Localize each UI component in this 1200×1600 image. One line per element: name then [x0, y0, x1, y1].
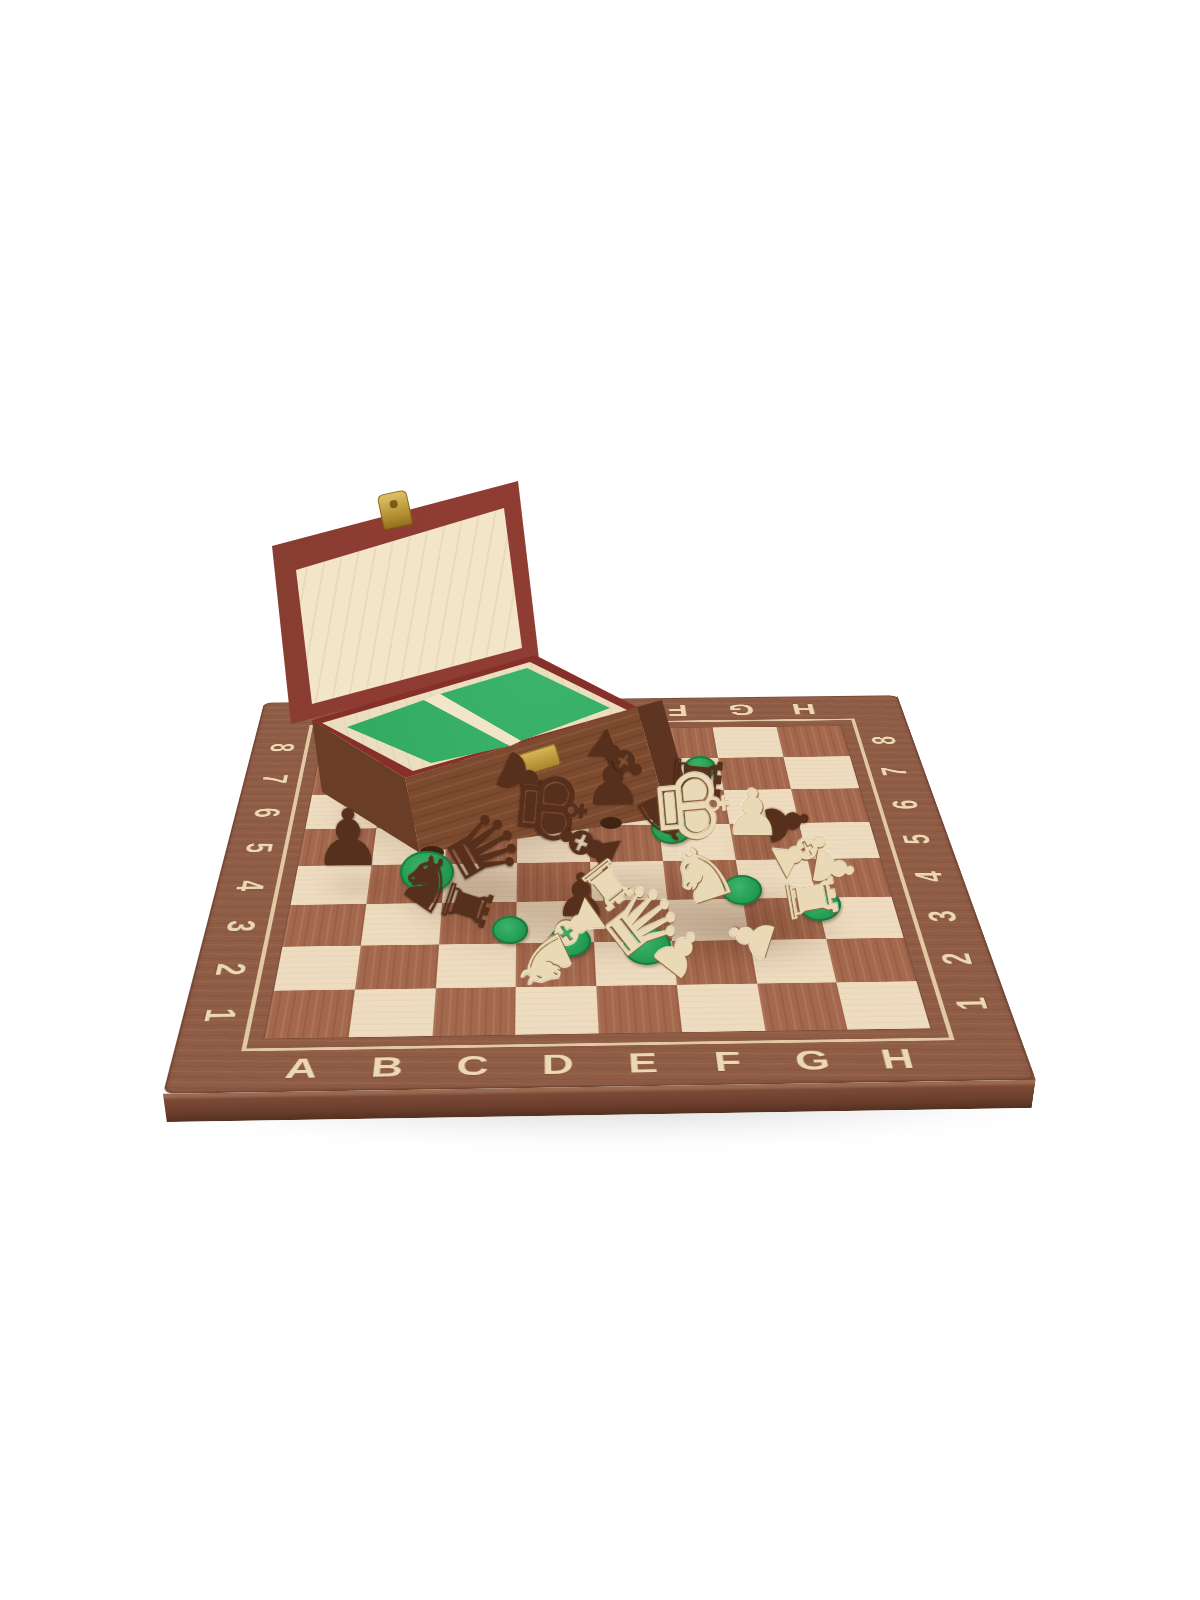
rank-label-far-5: 5	[878, 826, 958, 853]
square-h1	[837, 981, 931, 1029]
file-label-d: D	[515, 1046, 601, 1084]
piece-dark-pawn: ♟	[313, 799, 383, 877]
rank-label-2: 2	[186, 953, 273, 986]
file-label-far-b: B	[390, 703, 456, 724]
file-labels-bottom: ABCDEFGH	[255, 1041, 945, 1088]
square-h7	[784, 756, 860, 789]
rank-label-6: 6	[228, 800, 304, 825]
file-label-far-c: C	[454, 702, 518, 723]
square-c1	[432, 987, 516, 1036]
rank-label-1: 1	[174, 998, 264, 1033]
file-label-e: E	[599, 1044, 687, 1082]
square-h8	[777, 726, 850, 757]
file-label-far-g: G	[707, 699, 774, 720]
rank-label-far-2: 2	[913, 942, 1002, 974]
rank-labels-left: 12345678	[184, 732, 308, 1040]
rank-label-4: 4	[208, 871, 289, 900]
rank-label-3: 3	[198, 911, 282, 942]
piece-light-pawn: ♟	[804, 841, 863, 896]
square-a3	[282, 904, 366, 947]
square-b2	[355, 944, 439, 990]
rank-label-far-1: 1	[927, 987, 1019, 1022]
file-label-far-h: H	[770, 698, 839, 719]
rank-label-5: 5	[219, 835, 297, 862]
file-label-far-f: F	[645, 700, 711, 721]
square-a1	[265, 990, 355, 1039]
square-e1	[596, 985, 682, 1034]
file-label-b: B	[342, 1048, 431, 1086]
square-a2	[274, 945, 361, 991]
square-f1	[677, 984, 765, 1032]
file-label-f: F	[683, 1043, 773, 1081]
square-b1	[348, 989, 435, 1038]
rank-labels-right: 12345678	[857, 725, 1010, 1028]
rank-label-far-4: 4	[889, 862, 971, 890]
file-label-a: A	[255, 1050, 347, 1088]
file-label-g: G	[767, 1042, 859, 1080]
rank-label-8: 8	[246, 736, 317, 759]
file-label-far-a: A	[326, 704, 393, 725]
square-g1	[757, 983, 848, 1031]
rank-label-far-7: 7	[858, 760, 933, 784]
file-label-h: H	[851, 1041, 945, 1079]
rank-label-far-8: 8	[849, 729, 921, 751]
rank-label-far-6: 6	[868, 792, 945, 817]
square-a8	[318, 731, 389, 762]
rank-label-7: 7	[237, 767, 310, 791]
file-label-c: C	[428, 1047, 515, 1085]
rank-label-far-3: 3	[901, 901, 987, 931]
chess-set-photo: ABCDEFGH ABCDEFGH 12345678 12345678 ♟♟♝♟…	[0, 0, 1200, 1600]
file-label-far-d: D	[519, 701, 583, 722]
